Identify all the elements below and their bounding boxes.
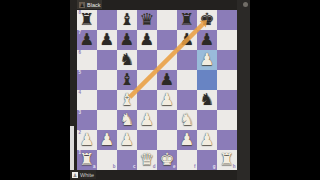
black-bishop-c8[interactable]: ♝ bbox=[117, 10, 137, 30]
panel-edge bbox=[70, 126, 74, 171]
square-f6[interactable] bbox=[177, 50, 197, 70]
square-h8[interactable] bbox=[217, 10, 237, 30]
square-e1[interactable]: e♚ bbox=[157, 150, 177, 170]
coord-file-f: f bbox=[194, 165, 196, 170]
square-g3[interactable] bbox=[197, 110, 217, 130]
black-pawn-g7[interactable]: ♟ bbox=[197, 30, 217, 50]
white-queen-d1[interactable]: ♛ bbox=[137, 150, 157, 170]
square-g7[interactable]: ♟ bbox=[197, 30, 217, 50]
square-e8[interactable] bbox=[157, 10, 177, 30]
board: 8♜♝♛♜♚7♟♟♟♟♟♟6♞♟5♝♟4♝♟♞3♞♟♞2♟♟♟♟♟1a♜bcd♛… bbox=[77, 10, 237, 170]
square-a6[interactable]: 6 bbox=[77, 50, 97, 70]
white-avatar-icon: ♟ bbox=[72, 172, 78, 178]
black-pawn-b7[interactable]: ♟ bbox=[97, 30, 117, 50]
square-h2[interactable] bbox=[217, 130, 237, 150]
black-pawn-f7[interactable]: ♟ bbox=[177, 30, 197, 50]
square-b4[interactable] bbox=[97, 90, 117, 110]
square-d4[interactable] bbox=[137, 90, 157, 110]
coord-rank-3: 3 bbox=[79, 111, 82, 116]
square-b8[interactable] bbox=[97, 10, 117, 30]
square-a2[interactable]: 2♟ bbox=[77, 130, 97, 150]
square-c1[interactable]: c bbox=[117, 150, 137, 170]
player-top: ♟ Black bbox=[77, 0, 102, 9]
black-avatar-icon: ♟ bbox=[79, 2, 85, 8]
square-g8[interactable]: ♚ bbox=[197, 10, 217, 30]
black-rook-a8[interactable]: ♜ bbox=[77, 10, 97, 30]
highlight-g5 bbox=[197, 70, 217, 90]
square-c8[interactable]: ♝ bbox=[117, 10, 137, 30]
white-pawn-d3[interactable]: ♟ bbox=[137, 110, 157, 130]
square-c6[interactable]: ♞ bbox=[117, 50, 137, 70]
white-pawn-a2[interactable]: ♟ bbox=[77, 130, 97, 150]
white-rook-h1[interactable]: ♜ bbox=[217, 150, 237, 170]
coord-rank-4: 4 bbox=[79, 91, 82, 96]
player-bottom-name: White bbox=[80, 172, 94, 178]
black-bishop-c5[interactable]: ♝ bbox=[117, 70, 137, 90]
square-f7[interactable]: ♟ bbox=[177, 30, 197, 50]
square-g1[interactable]: g bbox=[197, 150, 217, 170]
white-pawn-g6[interactable]: ♟ bbox=[197, 50, 217, 70]
square-c2[interactable]: ♟ bbox=[117, 130, 137, 150]
square-e3[interactable] bbox=[157, 110, 177, 130]
square-d2[interactable] bbox=[137, 130, 157, 150]
square-a4[interactable]: 4 bbox=[77, 90, 97, 110]
square-h4[interactable] bbox=[217, 90, 237, 110]
square-d6[interactable] bbox=[137, 50, 157, 70]
square-b3[interactable] bbox=[97, 110, 117, 130]
square-f1[interactable]: f bbox=[177, 150, 197, 170]
square-g2[interactable]: ♟ bbox=[197, 130, 217, 150]
square-c7[interactable]: ♟ bbox=[117, 30, 137, 50]
white-bishop-c4[interactable]: ♝ bbox=[117, 90, 137, 110]
player-top-name: Black bbox=[87, 2, 100, 8]
white-rook-a1[interactable]: ♜ bbox=[77, 150, 97, 170]
black-pawn-c7[interactable]: ♟ bbox=[117, 30, 137, 50]
square-g6[interactable]: ♟ bbox=[197, 50, 217, 70]
square-a7[interactable]: 7♟ bbox=[77, 30, 97, 50]
square-d1[interactable]: d♛ bbox=[137, 150, 157, 170]
white-knight-c3[interactable]: ♞ bbox=[117, 110, 137, 130]
black-knight-g4[interactable]: ♞ bbox=[197, 90, 217, 110]
square-d8[interactable]: ♛ bbox=[137, 10, 157, 30]
square-c3[interactable]: ♞ bbox=[117, 110, 137, 130]
square-e7[interactable] bbox=[157, 30, 177, 50]
square-h5[interactable] bbox=[217, 70, 237, 90]
square-b6[interactable] bbox=[97, 50, 117, 70]
coord-rank-6: 6 bbox=[79, 51, 82, 56]
square-a5[interactable]: 5 bbox=[77, 70, 97, 90]
square-h6[interactable] bbox=[217, 50, 237, 70]
right-sidebar bbox=[237, 0, 250, 180]
square-e2[interactable] bbox=[157, 130, 177, 150]
square-c4[interactable]: ♝ bbox=[117, 90, 137, 110]
square-d5[interactable] bbox=[137, 70, 157, 90]
square-b7[interactable]: ♟ bbox=[97, 30, 117, 50]
white-pawn-e4[interactable]: ♟ bbox=[157, 90, 177, 110]
square-h1[interactable]: h♜ bbox=[217, 150, 237, 170]
white-pawn-f2[interactable]: ♟ bbox=[177, 130, 197, 150]
black-rook-f8[interactable]: ♜ bbox=[177, 10, 197, 30]
square-a1[interactable]: 1a♜ bbox=[77, 150, 97, 170]
square-g4[interactable]: ♞ bbox=[197, 90, 217, 110]
coord-file-g: g bbox=[213, 165, 216, 170]
coord-rank-5: 5 bbox=[79, 71, 82, 76]
coord-file-c: c bbox=[133, 165, 136, 170]
square-a3[interactable]: 3 bbox=[77, 110, 97, 130]
square-f8[interactable]: ♜ bbox=[177, 10, 197, 30]
black-pawn-d7[interactable]: ♟ bbox=[137, 30, 157, 50]
white-king-e1[interactable]: ♚ bbox=[157, 150, 177, 170]
square-f2[interactable]: ♟ bbox=[177, 130, 197, 150]
square-b5[interactable] bbox=[97, 70, 117, 90]
square-b2[interactable]: ♟ bbox=[97, 130, 117, 150]
square-b1[interactable]: b bbox=[97, 150, 117, 170]
square-f3[interactable]: ♞ bbox=[177, 110, 197, 130]
white-pawn-g2[interactable]: ♟ bbox=[197, 130, 217, 150]
square-h3[interactable] bbox=[217, 110, 237, 130]
black-queen-d8[interactable]: ♛ bbox=[137, 10, 157, 30]
white-pawn-b2[interactable]: ♟ bbox=[97, 130, 117, 150]
square-c5[interactable]: ♝ bbox=[117, 70, 137, 90]
square-e6[interactable] bbox=[157, 50, 177, 70]
square-e4[interactable]: ♟ bbox=[157, 90, 177, 110]
square-d3[interactable]: ♟ bbox=[137, 110, 157, 130]
black-knight-c6[interactable]: ♞ bbox=[117, 50, 137, 70]
square-d7[interactable]: ♟ bbox=[137, 30, 157, 50]
black-pawn-e5[interactable]: ♟ bbox=[157, 70, 177, 90]
white-pawn-c2[interactable]: ♟ bbox=[117, 130, 137, 150]
square-f5[interactable] bbox=[177, 70, 197, 90]
coord-file-b: b bbox=[113, 165, 116, 170]
square-f4[interactable] bbox=[177, 90, 197, 110]
square-h7[interactable] bbox=[217, 30, 237, 50]
settings-icon[interactable] bbox=[243, 2, 248, 7]
black-pawn-a7[interactable]: ♟ bbox=[77, 30, 97, 50]
black-king-g8[interactable]: ♚ bbox=[197, 10, 217, 30]
player-bottom: ♟ White bbox=[70, 170, 96, 179]
white-knight-f3[interactable]: ♞ bbox=[177, 110, 197, 130]
square-a8[interactable]: 8♜ bbox=[77, 10, 97, 30]
square-e5[interactable]: ♟ bbox=[157, 70, 177, 90]
square-g5[interactable] bbox=[197, 70, 217, 90]
